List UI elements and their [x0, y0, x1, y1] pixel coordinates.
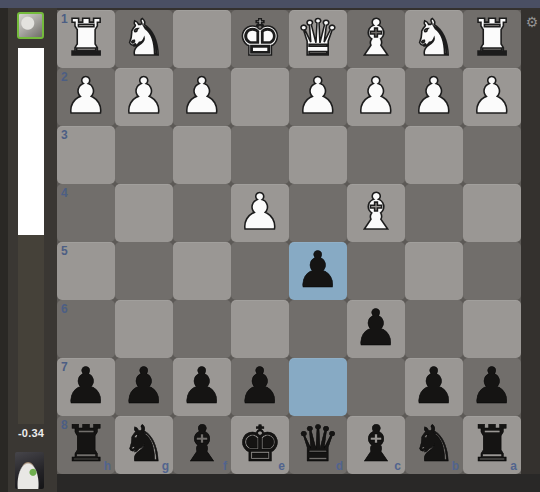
- square-e8[interactable]: e♚: [231, 416, 289, 474]
- square-g3[interactable]: [115, 126, 173, 184]
- black-pawn[interactable]: ♟: [296, 245, 341, 295]
- square-h2[interactable]: 2♟: [57, 68, 115, 126]
- black-bishop[interactable]: ♝: [180, 419, 225, 469]
- evaluation-bar-white-fill: [18, 48, 44, 235]
- chess-board: 1♜♞♚♛♝♞♜2♟♟♟♟♟♟♟34♟♝5♟6♟7♟♟♟♟♟♟8h♜g♞f♝e♚…: [57, 10, 521, 474]
- black-rook[interactable]: ♜: [470, 419, 515, 469]
- settings-gear-icon[interactable]: ⚙: [524, 14, 540, 30]
- white-pawn[interactable]: ♟: [180, 71, 225, 121]
- white-pawn[interactable]: ♟: [238, 187, 283, 237]
- square-d1[interactable]: ♛: [289, 10, 347, 68]
- square-f8[interactable]: f♝: [173, 416, 231, 474]
- black-pawn[interactable]: ♟: [412, 361, 457, 411]
- window-top-strip: [0, 0, 540, 8]
- square-a3[interactable]: [463, 126, 521, 184]
- white-bishop[interactable]: ♝: [354, 13, 399, 63]
- black-pawn[interactable]: ♟: [122, 361, 167, 411]
- square-h7[interactable]: 7♟: [57, 358, 115, 416]
- square-f2[interactable]: ♟: [173, 68, 231, 126]
- square-a1[interactable]: ♜: [463, 10, 521, 68]
- square-g2[interactable]: ♟: [115, 68, 173, 126]
- rank-label-5: 5: [61, 244, 68, 258]
- square-b5[interactable]: [405, 242, 463, 300]
- black-pawn[interactable]: ♟: [354, 303, 399, 353]
- white-pawn[interactable]: ♟: [470, 71, 515, 121]
- below-board-strip: [57, 474, 540, 492]
- square-d3[interactable]: [289, 126, 347, 184]
- square-a4[interactable]: [463, 184, 521, 242]
- white-bishop[interactable]: ♝: [354, 187, 399, 237]
- black-king[interactable]: ♚: [238, 419, 283, 469]
- square-f7[interactable]: ♟: [173, 358, 231, 416]
- white-rook[interactable]: ♜: [470, 13, 515, 63]
- square-b4[interactable]: [405, 184, 463, 242]
- black-knight[interactable]: ♞: [412, 419, 457, 469]
- square-g7[interactable]: ♟: [115, 358, 173, 416]
- square-c6[interactable]: ♟: [347, 300, 405, 358]
- square-h5[interactable]: 5: [57, 242, 115, 300]
- square-b8[interactable]: b♞: [405, 416, 463, 474]
- square-e7[interactable]: ♟: [231, 358, 289, 416]
- white-rook[interactable]: ♜: [64, 13, 109, 63]
- square-a5[interactable]: [463, 242, 521, 300]
- square-f1[interactable]: [173, 10, 231, 68]
- square-e1[interactable]: ♚: [231, 10, 289, 68]
- evaluation-score: -0.34: [6, 427, 56, 439]
- square-f3[interactable]: [173, 126, 231, 184]
- square-f4[interactable]: [173, 184, 231, 242]
- square-a6[interactable]: [463, 300, 521, 358]
- square-d5[interactable]: ♟: [289, 242, 347, 300]
- black-pawn[interactable]: ♟: [470, 361, 515, 411]
- square-e3[interactable]: [231, 126, 289, 184]
- square-a7[interactable]: ♟: [463, 358, 521, 416]
- square-h1[interactable]: 1♜: [57, 10, 115, 68]
- square-d2[interactable]: ♟: [289, 68, 347, 126]
- square-d4[interactable]: [289, 184, 347, 242]
- sidebar-left-shade: [0, 8, 8, 492]
- square-e4[interactable]: ♟: [231, 184, 289, 242]
- square-c3[interactable]: [347, 126, 405, 184]
- white-knight[interactable]: ♞: [412, 13, 457, 63]
- white-pawn[interactable]: ♟: [412, 71, 457, 121]
- rank-label-6: 6: [61, 302, 68, 316]
- square-a8[interactable]: a♜: [463, 416, 521, 474]
- square-h4[interactable]: 4: [57, 184, 115, 242]
- square-h8[interactable]: 8h♜: [57, 416, 115, 474]
- square-c1[interactable]: ♝: [347, 10, 405, 68]
- rank-label-4: 4: [61, 186, 68, 200]
- square-d8[interactable]: d♛: [289, 416, 347, 474]
- square-f6[interactable]: [173, 300, 231, 358]
- square-e2[interactable]: [231, 68, 289, 126]
- square-g5[interactable]: [115, 242, 173, 300]
- square-g8[interactable]: g♞: [115, 416, 173, 474]
- square-f5[interactable]: [173, 242, 231, 300]
- square-b1[interactable]: ♞: [405, 10, 463, 68]
- square-b7[interactable]: ♟: [405, 358, 463, 416]
- white-pawn[interactable]: ♟: [354, 71, 399, 121]
- square-e6[interactable]: [231, 300, 289, 358]
- square-b3[interactable]: [405, 126, 463, 184]
- black-player-avatar[interactable]: [15, 452, 44, 489]
- black-rook[interactable]: ♜: [64, 419, 109, 469]
- square-c4[interactable]: ♝: [347, 184, 405, 242]
- white-queen[interactable]: ♛: [296, 13, 341, 63]
- rank-label-3: 3: [61, 128, 68, 142]
- square-c7[interactable]: [347, 358, 405, 416]
- square-e5[interactable]: [231, 242, 289, 300]
- square-a2[interactable]: ♟: [463, 68, 521, 126]
- square-c8[interactable]: c♝: [347, 416, 405, 474]
- black-pawn[interactable]: ♟: [180, 361, 225, 411]
- black-pawn[interactable]: ♟: [238, 361, 283, 411]
- black-knight[interactable]: ♞: [122, 419, 167, 469]
- white-knight[interactable]: ♞: [122, 13, 167, 63]
- white-king[interactable]: ♚: [238, 13, 283, 63]
- white-pawn[interactable]: ♟: [64, 71, 109, 121]
- square-g6[interactable]: [115, 300, 173, 358]
- square-c5[interactable]: [347, 242, 405, 300]
- square-h3[interactable]: 3: [57, 126, 115, 184]
- square-h6[interactable]: 6: [57, 300, 115, 358]
- square-g4[interactable]: [115, 184, 173, 242]
- evaluation-bar: [18, 48, 44, 424]
- white-pawn[interactable]: ♟: [296, 71, 341, 121]
- white-player-avatar[interactable]: [17, 12, 44, 39]
- square-g1[interactable]: ♞: [115, 10, 173, 68]
- chess-app-window: -0.34 1♜♞♚♛♝♞♜2♟♟♟♟♟♟♟34♟♝5♟6♟7♟♟♟♟♟♟8h♜…: [0, 0, 540, 492]
- black-bishop[interactable]: ♝: [354, 419, 399, 469]
- square-d6[interactable]: [289, 300, 347, 358]
- black-pawn[interactable]: ♟: [64, 361, 109, 411]
- square-d7[interactable]: [289, 358, 347, 416]
- black-queen[interactable]: ♛: [296, 419, 341, 469]
- square-c2[interactable]: ♟: [347, 68, 405, 126]
- white-pawn[interactable]: ♟: [122, 71, 167, 121]
- square-b2[interactable]: ♟: [405, 68, 463, 126]
- square-b6[interactable]: [405, 300, 463, 358]
